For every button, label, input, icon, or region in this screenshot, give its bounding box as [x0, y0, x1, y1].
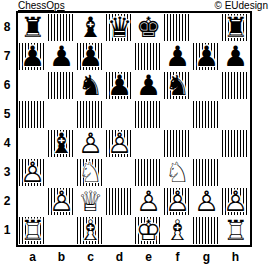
rank-label-1: 1 — [0, 216, 14, 245]
square-h5[interactable] — [221, 100, 250, 129]
piece-black-knight: ♞ — [163, 71, 192, 100]
file-labels: abcdefgh — [18, 250, 250, 264]
square-b1[interactable] — [47, 216, 76, 245]
square-e3[interactable] — [134, 158, 163, 187]
square-a7[interactable]: ♟♟ — [18, 42, 47, 71]
square-e5[interactable] — [134, 100, 163, 129]
piece-black-rook: ♜ — [18, 13, 47, 42]
file-label-a: a — [18, 250, 47, 264]
piece-black-pawn: ♟ — [221, 42, 250, 71]
square-d1[interactable] — [105, 216, 134, 245]
piece-white-pawn: ♙ — [221, 187, 250, 216]
square-f5[interactable] — [163, 100, 192, 129]
square-g7[interactable]: ♟♟ — [192, 42, 221, 71]
piece-black-pawn: ♟ — [163, 42, 192, 71]
piece-white-bishop: ♗ — [76, 216, 105, 245]
square-a4[interactable] — [18, 129, 47, 158]
piece-black-bishop: ♝ — [76, 13, 105, 42]
square-f2[interactable]: ♟♙ — [163, 187, 192, 216]
piece-black-knight: ♞ — [76, 71, 105, 100]
square-b3[interactable] — [47, 158, 76, 187]
square-f6[interactable]: ♞♞ — [163, 71, 192, 100]
rank-label-3: 3 — [0, 158, 14, 187]
square-e4[interactable] — [134, 129, 163, 158]
rank-label-7: 7 — [0, 42, 14, 71]
piece-white-bishop: ♗ — [163, 216, 192, 245]
piece-white-knight: ♘ — [163, 158, 192, 187]
rank-label-8: 8 — [0, 13, 14, 42]
square-d3[interactable] — [105, 158, 134, 187]
square-b7[interactable]: ♟♟ — [47, 42, 76, 71]
square-c8[interactable]: ♝♝ — [76, 13, 105, 42]
square-d2[interactable] — [105, 187, 134, 216]
piece-black-pawn: ♟ — [76, 42, 105, 71]
square-h8[interactable]: ♜♜ — [221, 13, 250, 42]
file-label-e: e — [134, 250, 163, 264]
app-title: ChessOps — [18, 0, 65, 11]
square-d5[interactable] — [105, 100, 134, 129]
piece-black-pawn: ♟ — [47, 42, 76, 71]
square-f1[interactable]: ♝♗ — [163, 216, 192, 245]
piece-black-pawn: ♟ — [134, 71, 163, 100]
square-b8[interactable] — [47, 13, 76, 42]
piece-white-pawn: ♙ — [47, 187, 76, 216]
piece-white-knight: ♘ — [76, 158, 105, 187]
square-f3[interactable]: ♞♘ — [163, 158, 192, 187]
square-a6[interactable] — [18, 71, 47, 100]
square-c1[interactable]: ♝♗ — [76, 216, 105, 245]
piece-white-king: ♔ — [134, 216, 163, 245]
square-g1[interactable] — [192, 216, 221, 245]
piece-black-rook: ♜ — [221, 13, 250, 42]
file-label-f: f — [163, 250, 192, 264]
piece-white-rook: ♖ — [18, 216, 47, 245]
square-e1[interactable]: ♚♔ — [134, 216, 163, 245]
chess-board: ♜♜♝♝♛♛♚♚♜♜♟♟♟♟♟♟♟♟♟♟♟♟♞♞♟♟♟♟♞♞♝♝♟♙♟♙♟♙♞♘… — [16, 11, 252, 247]
square-e6[interactable]: ♟♟ — [134, 71, 163, 100]
piece-black-pawn: ♟ — [192, 42, 221, 71]
square-d8[interactable]: ♛♛ — [105, 13, 134, 42]
file-label-b: b — [47, 250, 76, 264]
square-d7[interactable] — [105, 42, 134, 71]
file-label-d: d — [105, 250, 134, 264]
piece-white-pawn: ♙ — [163, 187, 192, 216]
piece-black-pawn: ♟ — [105, 71, 134, 100]
square-h3[interactable] — [221, 158, 250, 187]
square-h7[interactable]: ♟♟ — [221, 42, 250, 71]
square-b4[interactable]: ♝♝ — [47, 129, 76, 158]
square-f8[interactable] — [163, 13, 192, 42]
piece-white-pawn: ♙ — [134, 187, 163, 216]
square-c7[interactable]: ♟♟ — [76, 42, 105, 71]
square-d4[interactable]: ♟♙ — [105, 129, 134, 158]
square-e2[interactable]: ♟♙ — [134, 187, 163, 216]
square-a5[interactable] — [18, 100, 47, 129]
square-g3[interactable] — [192, 158, 221, 187]
rank-labels: 87654321 — [0, 13, 14, 245]
rank-label-2: 2 — [0, 187, 14, 216]
square-f4[interactable] — [163, 129, 192, 158]
square-b2[interactable]: ♟♙ — [47, 187, 76, 216]
piece-black-king: ♚ — [134, 13, 163, 42]
square-c5[interactable] — [76, 100, 105, 129]
credit-text: © EUdesign — [214, 0, 268, 11]
rank-label-6: 6 — [0, 71, 14, 100]
square-a3[interactable]: ♟♙ — [18, 158, 47, 187]
square-g8[interactable] — [192, 13, 221, 42]
square-g5[interactable] — [192, 100, 221, 129]
square-b5[interactable] — [47, 100, 76, 129]
piece-white-pawn: ♙ — [76, 129, 105, 158]
square-e7[interactable] — [134, 42, 163, 71]
piece-white-pawn: ♙ — [105, 129, 134, 158]
file-label-h: h — [221, 250, 250, 264]
piece-white-queen: ♕ — [76, 187, 105, 216]
square-e8[interactable]: ♚♚ — [134, 13, 163, 42]
square-c3[interactable]: ♞♘ — [76, 158, 105, 187]
file-label-g: g — [192, 250, 221, 264]
square-f7[interactable]: ♟♟ — [163, 42, 192, 71]
rank-label-5: 5 — [0, 100, 14, 129]
square-a1[interactable]: ♜♖ — [18, 216, 47, 245]
square-c6[interactable]: ♞♞ — [76, 71, 105, 100]
piece-white-pawn: ♙ — [18, 158, 47, 187]
square-b6[interactable] — [47, 71, 76, 100]
square-h2[interactable]: ♟♙ — [221, 187, 250, 216]
piece-black-pawn: ♟ — [18, 42, 47, 71]
square-g2[interactable]: ♟♙ — [192, 187, 221, 216]
square-c2[interactable]: ♛♕ — [76, 187, 105, 216]
square-a2[interactable] — [18, 187, 47, 216]
piece-white-pawn: ♙ — [192, 187, 221, 216]
square-h4[interactable] — [221, 129, 250, 158]
square-h6[interactable] — [221, 71, 250, 100]
piece-black-bishop: ♝ — [47, 129, 76, 158]
square-d6[interactable]: ♟♟ — [105, 71, 134, 100]
piece-black-queen: ♛ — [105, 13, 134, 42]
piece-white-rook: ♖ — [221, 216, 250, 245]
square-c4[interactable]: ♟♙ — [76, 129, 105, 158]
file-label-c: c — [76, 250, 105, 264]
square-h1[interactable]: ♜♖ — [221, 216, 250, 245]
square-a8[interactable]: ♜♜ — [18, 13, 47, 42]
square-g6[interactable] — [192, 71, 221, 100]
square-g4[interactable] — [192, 129, 221, 158]
rank-label-4: 4 — [0, 129, 14, 158]
